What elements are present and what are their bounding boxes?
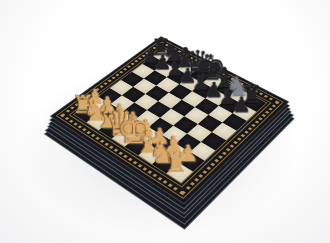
photo-canvas: ♜♞♝♛♚♝♞♜♟♟♟♟♟♟♟♟♟♟♟♟♟♟♟♟♜♞♝♛♚♝♞♜ xyxy=(0,0,330,243)
piece-black-pawn: ♟ xyxy=(232,94,251,115)
chessboard: ♜♞♝♛♚♝♞♜♟♟♟♟♟♟♟♟♟♟♟♟♟♟♟♟♜♞♝♛♚♝♞♜ xyxy=(50,36,289,204)
scene: ♜♞♝♛♚♝♞♜♟♟♟♟♟♟♟♟♟♟♟♟♟♟♟♟♜♞♝♛♚♝♞♜ xyxy=(0,0,330,243)
square-f5 xyxy=(184,107,208,124)
piece-white-rook: ♜ xyxy=(164,149,188,176)
